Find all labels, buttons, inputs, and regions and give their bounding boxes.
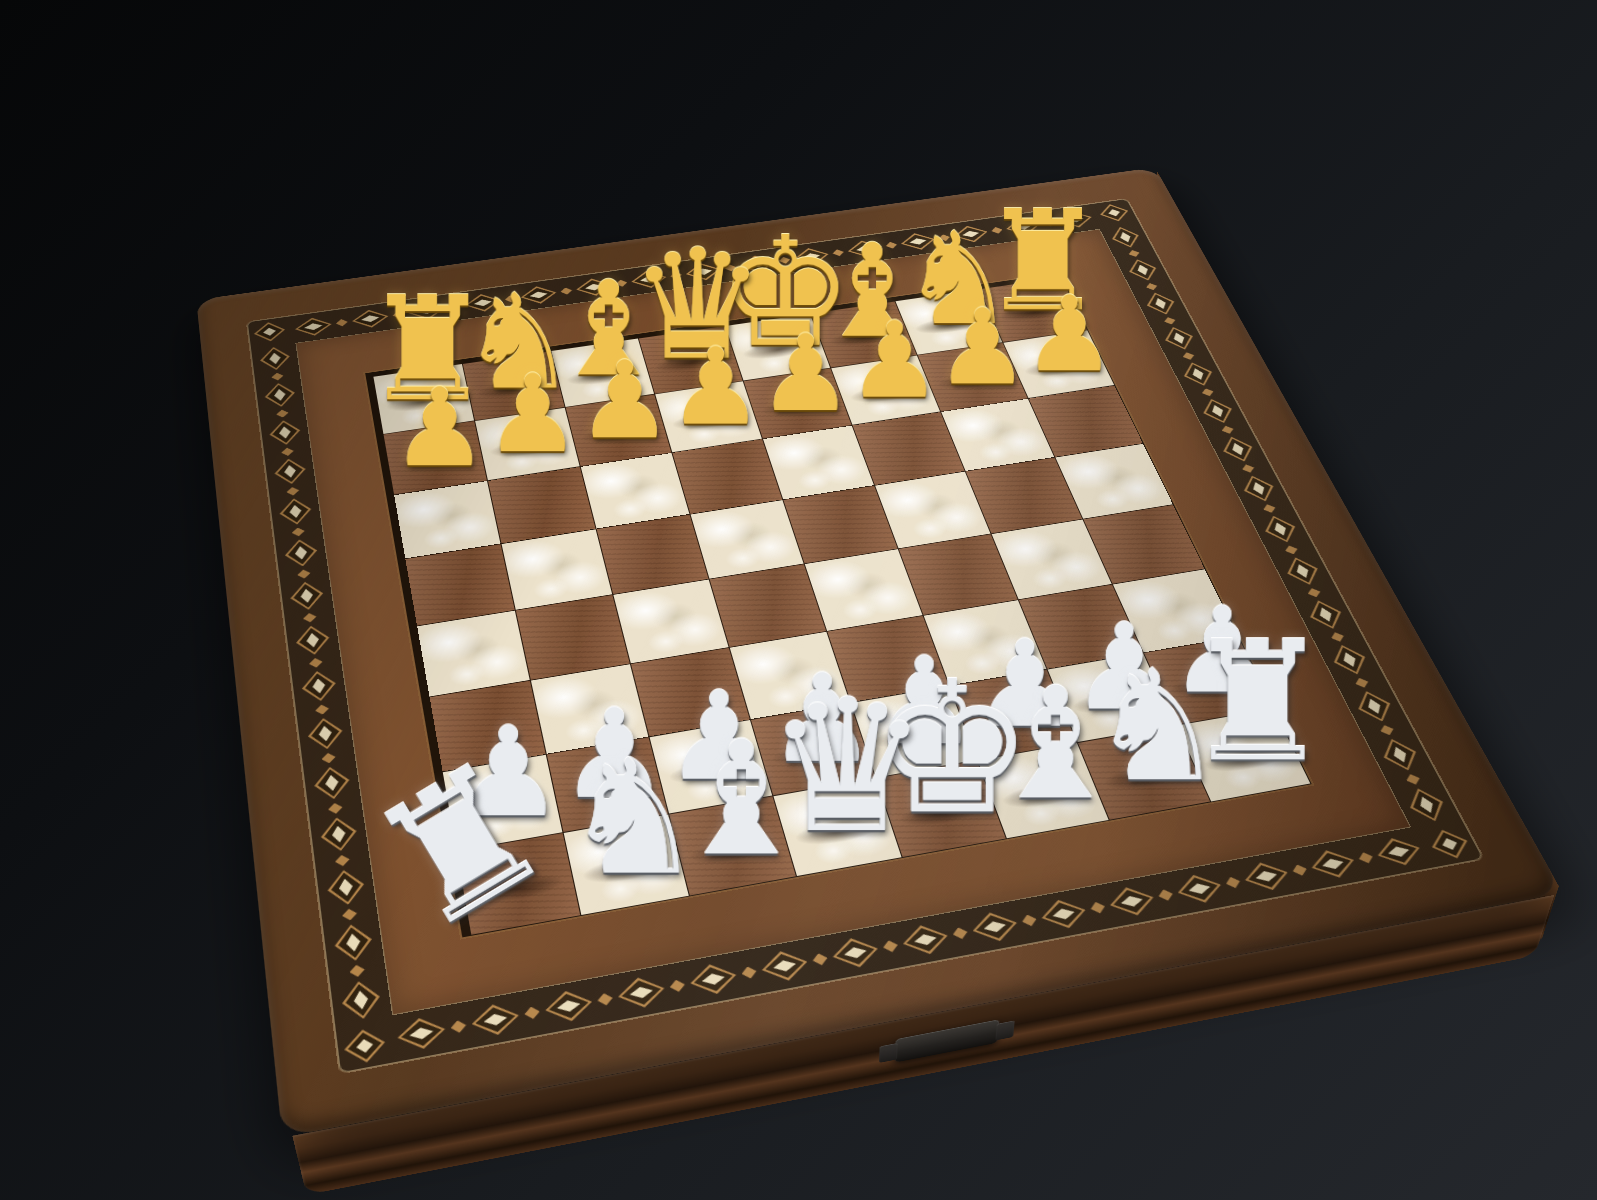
inlay-diamond-small — [341, 908, 357, 922]
inlay-diamond — [758, 947, 811, 985]
inlay-diamond — [319, 815, 359, 854]
inlay-diamond-small — [523, 1005, 541, 1020]
inlay-diamond — [278, 496, 313, 527]
inlay-diamond-small — [276, 409, 289, 419]
inlay-diamond — [1159, 325, 1199, 352]
piece-gold-pawn[interactable]: ♟ — [847, 307, 941, 412]
inlay-diamond-small — [1290, 863, 1309, 877]
inlay-diamond — [395, 1014, 447, 1053]
inlay-diamond — [342, 1026, 387, 1066]
inlay-diamond-small — [1200, 388, 1216, 397]
inlay-diamond — [263, 381, 296, 409]
inlay-diamond — [1036, 896, 1090, 932]
inlay-diamond-small — [1261, 503, 1277, 513]
inlay-diamond-small — [1356, 851, 1375, 865]
inlay-diamond — [268, 418, 302, 447]
piece-gold-pawn[interactable]: ♟ — [391, 373, 488, 481]
inlay-diamond-small — [1240, 464, 1256, 474]
inlay-diamond-small — [1378, 724, 1396, 736]
inlay-diamond-small — [1353, 677, 1371, 689]
square-h4[interactable] — [1083, 505, 1204, 584]
inlay-diamond-small — [291, 527, 305, 538]
inlay-diamond-small — [740, 965, 758, 980]
inlay-diamond-small — [811, 952, 829, 967]
piece-gold-pawn[interactable]: ♟ — [758, 320, 853, 426]
playing-field: ♜♞♝♛♚♝♞♜♟♟♟♟♟♟♟♟♟♟♟♟♟♟♟♟♜♞♝♛♚♝♞♜ — [365, 273, 1312, 937]
table-surface: { "game": "chess", "scene": { "descripti… — [0, 0, 1597, 1200]
inlay-diamond — [1402, 786, 1452, 825]
inlay-diamond-small — [271, 372, 284, 381]
square-a6[interactable] — [394, 481, 500, 558]
inlay-diamond-small — [1305, 587, 1322, 598]
inlay-diamond — [259, 345, 292, 372]
inlay-diamond-small — [297, 569, 311, 580]
inlay-diamond — [898, 921, 952, 958]
inlay-diamond — [1237, 473, 1280, 503]
inlay-diamond-small — [1144, 282, 1159, 291]
inlay-diamond-small — [314, 704, 329, 716]
square-d6[interactable] — [672, 439, 782, 514]
latch[interactable] — [895, 1019, 1000, 1062]
inlay-diamond-small — [302, 612, 317, 623]
inlay-diamond — [1371, 834, 1427, 869]
inlay-diamond — [1239, 859, 1294, 894]
inlay-diamond-small — [321, 752, 336, 765]
inlay-diamond — [253, 320, 287, 343]
square-d4[interactable] — [710, 564, 826, 647]
inlay-diamond-small — [286, 486, 300, 496]
inlay-diamond — [1217, 434, 1259, 463]
board-grid: ♜♞♝♛♚♝♞♜♟♟♟♟♟♟♟♟♟♟♟♟♟♟♟♟♜♞♝♛♚♝♞♜ — [373, 278, 1303, 935]
inlay-diamond-small — [308, 657, 323, 669]
square-b5[interactable] — [502, 529, 613, 609]
inlay-diamond — [469, 1000, 521, 1039]
piece-gold-pawn[interactable]: ♟ — [1023, 282, 1116, 386]
inlay-diamond-small — [951, 926, 969, 940]
inlay-diamond — [829, 934, 883, 971]
inlay-diamond — [542, 987, 595, 1026]
inlay-diamond-small — [281, 447, 295, 457]
inlay-diamond — [340, 978, 383, 1022]
inlay-diamond — [273, 456, 307, 486]
inlay-diamond — [306, 715, 344, 752]
inlay-diamond — [1258, 514, 1302, 545]
inlay-diamond-small — [596, 992, 614, 1007]
inlay-diamond — [1107, 225, 1144, 249]
piece-gold-pawn[interactable]: ♟ — [935, 295, 1029, 400]
piece-gold-pawn[interactable]: ♟ — [484, 360, 581, 468]
inlay-diamond-small — [450, 1019, 467, 1034]
inlay-diamond — [968, 909, 1022, 946]
inlay-diamond-small — [1156, 888, 1175, 902]
inlay-diamond-small — [335, 318, 348, 327]
inlay-diamond-small — [1020, 913, 1039, 927]
inlay-diamond — [1376, 736, 1425, 773]
inlay-diamond — [283, 537, 319, 569]
inlay-diamond-small — [1127, 249, 1141, 257]
inlay-diamond — [1124, 257, 1162, 282]
inlay-diamond-small — [668, 978, 686, 993]
inlay-diamond — [326, 867, 367, 908]
square-a7[interactable]: ♟ — [384, 421, 487, 494]
inlay-diamond-small — [1224, 876, 1243, 890]
inlay-diamond — [1425, 827, 1475, 862]
inlay-diamond-small — [334, 854, 350, 868]
inlay-diamond — [1280, 555, 1325, 587]
square-e5[interactable] — [783, 486, 897, 564]
inlay-diamond — [1141, 291, 1180, 317]
piece-silver-knight[interactable]: ♞ — [562, 739, 704, 898]
inlay-diamond — [294, 623, 331, 657]
inlay-diamond-small — [881, 939, 899, 953]
inlay-diamond-small — [1404, 773, 1423, 786]
inlay-diamond — [1305, 846, 1360, 881]
inlay-diamond — [687, 960, 740, 998]
square-f4[interactable] — [899, 534, 1018, 615]
square-c4[interactable] — [613, 580, 728, 664]
inlay-diamond-small — [1181, 351, 1196, 360]
inlay-diamond — [1197, 397, 1238, 425]
inlay-diamond — [289, 579, 325, 612]
piece-gold-pawn[interactable]: ♟ — [668, 333, 764, 440]
inlay-diamond-small — [1283, 545, 1300, 556]
inlay-diamond — [300, 668, 338, 703]
inlay-diamond — [615, 973, 668, 1011]
inlay-diamond-small — [1162, 316, 1177, 325]
inlay-diamond — [1350, 688, 1398, 724]
square-b1[interactable]: ♞ — [564, 815, 689, 915]
inlay-diamond — [1172, 871, 1227, 907]
inlay-diamond-small — [327, 802, 343, 815]
piece-gold-pawn[interactable]: ♟ — [577, 346, 673, 453]
inlay-diamond-small — [1088, 901, 1107, 915]
inlay-diamond — [294, 315, 333, 338]
inlay-corner — [1416, 820, 1484, 867]
inlay-diamond-small — [349, 964, 366, 979]
inlay-diamond — [1105, 883, 1160, 919]
inlay-diamond — [1326, 642, 1373, 677]
inlay-diamond-small — [1220, 425, 1236, 435]
square-b7[interactable]: ♟ — [475, 408, 580, 481]
inlay-corner — [334, 1019, 395, 1074]
inlay-diamond — [1178, 360, 1218, 387]
inlay-diamond — [333, 921, 375, 964]
